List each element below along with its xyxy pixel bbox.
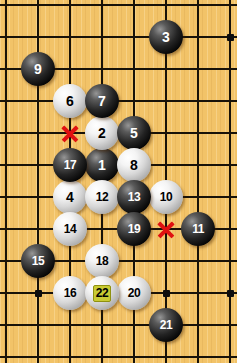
star-point (163, 290, 170, 297)
stone-6-white[interactable]: 6 (53, 84, 87, 118)
grid-line-vertical (229, 0, 231, 363)
stone-18-white[interactable]: 18 (85, 244, 119, 278)
stone-3-black[interactable]: 3 (149, 20, 183, 54)
move-number-label: 12 (96, 191, 108, 203)
grid-line-vertical (5, 0, 7, 363)
stone-5-black[interactable]: 5 (117, 116, 151, 150)
stone-22-white-last-move[interactable]: 22 (85, 276, 119, 310)
move-number-label: 17 (64, 159, 76, 171)
move-number-label: 8 (130, 158, 138, 172)
move-number-label: 9 (34, 62, 42, 76)
stone-12-white[interactable]: 12 (85, 180, 119, 214)
move-number-label: 3 (162, 30, 170, 44)
go-board[interactable]: 12345678910111213141516171819202122 (0, 0, 237, 363)
star-point (227, 34, 234, 41)
move-number-label: 15 (32, 255, 44, 267)
stone-2-white[interactable]: 2 (85, 116, 119, 150)
stone-9-black[interactable]: 9 (21, 52, 55, 86)
move-number-label: 21 (160, 319, 172, 331)
move-number-label: 5 (130, 126, 138, 140)
move-number-label: 10 (160, 191, 172, 203)
move-number-label: 19 (128, 223, 140, 235)
stone-10-white[interactable]: 10 (149, 180, 183, 214)
stone-14-white[interactable]: 14 (53, 212, 87, 246)
move-number-label: 6 (66, 94, 74, 108)
stone-16-white[interactable]: 16 (53, 276, 87, 310)
stone-8-white[interactable]: 8 (117, 148, 151, 182)
x-mark (155, 218, 177, 240)
star-point (35, 290, 42, 297)
move-number-label: 4 (66, 190, 74, 204)
x-mark (59, 122, 81, 144)
stone-15-black[interactable]: 15 (21, 244, 55, 278)
move-number-label: 18 (96, 255, 108, 267)
move-number-label: 11 (192, 223, 204, 235)
grid-line-horizontal (0, 356, 237, 358)
move-number-label: 16 (64, 287, 76, 299)
grid-line-horizontal (0, 324, 237, 326)
stone-21-black[interactable]: 21 (149, 308, 183, 342)
move-number-label: 20 (128, 287, 140, 299)
last-move-number-badge: 22 (93, 285, 111, 302)
move-number-label: 7 (98, 94, 106, 108)
move-number-label: 2 (98, 126, 106, 140)
stone-17-black[interactable]: 17 (53, 148, 87, 182)
stone-13-black[interactable]: 13 (117, 180, 151, 214)
move-number-label: 13 (128, 191, 140, 203)
grid-line-horizontal (0, 4, 237, 6)
grid-line-horizontal (0, 36, 237, 38)
stone-19-black[interactable]: 19 (117, 212, 151, 246)
stone-4-white[interactable]: 4 (53, 180, 87, 214)
move-number-label: 14 (64, 223, 76, 235)
move-number-label: 1 (98, 158, 106, 172)
grid-line-vertical (197, 0, 199, 363)
stone-20-white[interactable]: 20 (117, 276, 151, 310)
stone-7-black[interactable]: 7 (85, 84, 119, 118)
star-point (227, 290, 234, 297)
stone-11-black[interactable]: 11 (181, 212, 215, 246)
stone-1-black[interactable]: 1 (85, 148, 119, 182)
